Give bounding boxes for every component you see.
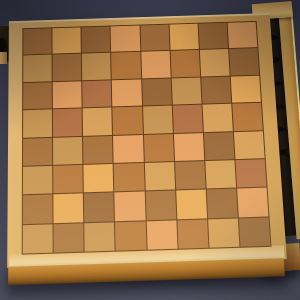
square-c4[interactable] xyxy=(83,135,113,163)
square-h7[interactable] xyxy=(229,48,259,75)
square-e2[interactable] xyxy=(145,191,176,220)
square-c7[interactable] xyxy=(82,53,111,80)
square-d4[interactable] xyxy=(113,135,143,163)
square-f7[interactable] xyxy=(170,50,200,77)
square-a1[interactable] xyxy=(23,224,53,254)
chess-board xyxy=(7,13,287,268)
square-g4[interactable] xyxy=(204,132,235,160)
square-h6[interactable] xyxy=(231,75,261,102)
square-g2[interactable] xyxy=(206,189,237,218)
square-d3[interactable] xyxy=(114,163,144,192)
square-d1[interactable] xyxy=(115,221,146,251)
square-b4[interactable] xyxy=(53,136,82,164)
square-e3[interactable] xyxy=(144,162,174,191)
square-e8[interactable] xyxy=(140,25,169,52)
chess-board-photo: ♟♞♟♝♟♜ xyxy=(0,0,300,300)
square-b8[interactable] xyxy=(53,27,82,54)
square-c6[interactable] xyxy=(82,80,111,107)
square-h8[interactable] xyxy=(227,22,257,49)
square-f3[interactable] xyxy=(175,161,206,190)
square-b2[interactable] xyxy=(53,194,83,223)
square-g1[interactable] xyxy=(208,218,239,248)
square-h1[interactable] xyxy=(239,217,271,247)
left-drawer-piece-tip xyxy=(0,38,6,52)
square-b3[interactable] xyxy=(53,165,83,194)
square-d2[interactable] xyxy=(115,192,145,221)
square-e4[interactable] xyxy=(143,134,173,162)
square-b6[interactable] xyxy=(53,81,82,108)
square-d6[interactable] xyxy=(112,79,141,106)
square-f4[interactable] xyxy=(174,133,204,161)
left-drawer-tab[interactable] xyxy=(0,52,7,64)
square-a4[interactable] xyxy=(23,137,52,165)
square-g5[interactable] xyxy=(202,104,232,132)
square-a3[interactable] xyxy=(23,166,53,195)
square-f1[interactable] xyxy=(177,219,208,249)
square-e1[interactable] xyxy=(146,220,177,250)
square-f6[interactable] xyxy=(171,77,201,104)
square-b1[interactable] xyxy=(54,223,84,253)
square-c1[interactable] xyxy=(85,222,115,252)
square-f8[interactable] xyxy=(169,24,198,51)
square-h4[interactable] xyxy=(234,131,265,159)
square-c3[interactable] xyxy=(84,164,114,193)
square-c8[interactable] xyxy=(82,26,111,53)
square-c5[interactable] xyxy=(83,108,112,136)
square-f5[interactable] xyxy=(172,105,202,133)
board-squares-grid xyxy=(22,21,272,255)
square-a5[interactable] xyxy=(23,109,52,137)
square-g8[interactable] xyxy=(198,23,228,50)
square-g3[interactable] xyxy=(205,160,236,189)
square-h5[interactable] xyxy=(232,103,263,131)
square-a2[interactable] xyxy=(23,195,53,224)
square-a7[interactable] xyxy=(23,55,52,82)
square-h3[interactable] xyxy=(235,159,266,188)
square-f2[interactable] xyxy=(176,190,207,219)
square-d5[interactable] xyxy=(113,107,143,135)
square-d8[interactable] xyxy=(111,26,140,53)
square-e5[interactable] xyxy=(143,106,173,134)
square-e7[interactable] xyxy=(141,51,170,78)
square-b7[interactable] xyxy=(53,54,82,81)
square-a6[interactable] xyxy=(23,82,52,109)
square-h2[interactable] xyxy=(237,188,268,217)
square-d7[interactable] xyxy=(111,52,140,79)
square-b5[interactable] xyxy=(53,109,82,137)
square-c2[interactable] xyxy=(84,193,114,222)
square-a8[interactable] xyxy=(23,28,51,55)
square-g6[interactable] xyxy=(201,76,231,103)
square-g7[interactable] xyxy=(200,49,230,76)
square-e6[interactable] xyxy=(142,78,172,105)
